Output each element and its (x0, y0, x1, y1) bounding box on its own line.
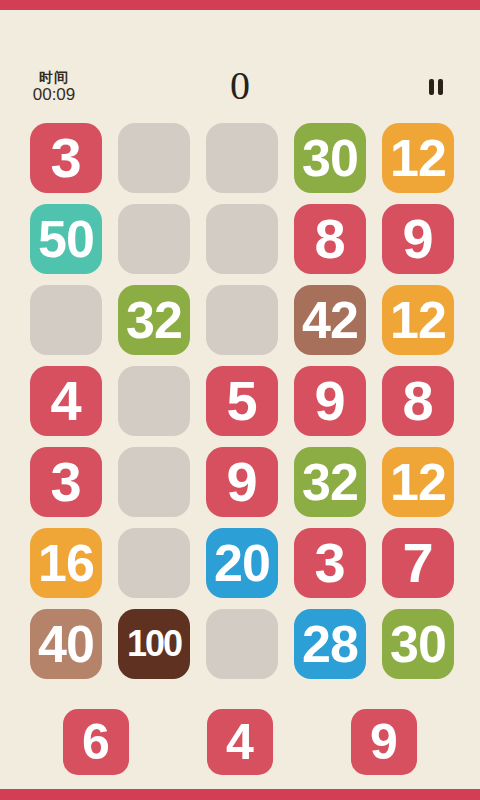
board-tile-r3c2[interactable]: 32 (118, 285, 190, 355)
board-cell-empty-r4c2[interactable] (118, 366, 190, 436)
board-cell-empty-r3c3[interactable] (206, 285, 278, 355)
board-cell-empty-r2c3[interactable] (206, 204, 278, 274)
board-tile-r2c4[interactable]: 8 (294, 204, 366, 274)
bottom-accent-bar (0, 789, 480, 800)
board-tile-r3c4[interactable]: 42 (294, 285, 366, 355)
score-value: 0 (0, 66, 480, 106)
board-tile-r4c1[interactable]: 4 (30, 366, 102, 436)
board-cell-empty-r3c1[interactable] (30, 285, 102, 355)
board-cell-empty-r1c3[interactable] (206, 123, 278, 193)
board-tile-r4c4[interactable]: 9 (294, 366, 366, 436)
board-tile-r6c3[interactable]: 20 (206, 528, 278, 598)
board-tile-r6c4[interactable]: 3 (294, 528, 366, 598)
board-tile-r2c1[interactable]: 50 (30, 204, 102, 274)
board-tile-r2c5[interactable]: 9 (382, 204, 454, 274)
board-grid: 3301250893242124598393212162037401002830 (30, 123, 454, 679)
board-tile-r3c5[interactable]: 12 (382, 285, 454, 355)
board-tile-r7c1[interactable]: 40 (30, 609, 102, 679)
pause-icon (429, 79, 443, 95)
board-tile-r1c5[interactable]: 12 (382, 123, 454, 193)
board-tile-r6c1[interactable]: 16 (30, 528, 102, 598)
queue-tile-1[interactable]: 6 (63, 709, 129, 775)
board-tile-r5c1[interactable]: 3 (30, 447, 102, 517)
board-cell-empty-r6c2[interactable] (118, 528, 190, 598)
queue-tile-3[interactable]: 9 (351, 709, 417, 775)
board-tile-r6c5[interactable]: 7 (382, 528, 454, 598)
board-tile-r7c5[interactable]: 30 (382, 609, 454, 679)
board-cell-empty-r2c2[interactable] (118, 204, 190, 274)
board-cell-empty-r1c2[interactable] (118, 123, 190, 193)
pause-button[interactable] (420, 72, 452, 102)
board-tile-r5c5[interactable]: 12 (382, 447, 454, 517)
board-tile-r7c2[interactable]: 100 (118, 609, 190, 679)
board-tile-r1c4[interactable]: 30 (294, 123, 366, 193)
top-accent-bar (0, 0, 480, 10)
board-tile-r4c3[interactable]: 5 (206, 366, 278, 436)
board-tile-r5c3[interactable]: 9 (206, 447, 278, 517)
board-tile-r7c4[interactable]: 28 (294, 609, 366, 679)
queue-tile-2[interactable]: 4 (207, 709, 273, 775)
board-cell-empty-r7c3[interactable] (206, 609, 278, 679)
pause-bar-right (438, 79, 443, 95)
queue-row: 649 (63, 709, 417, 775)
board-tile-r5c4[interactable]: 32 (294, 447, 366, 517)
pause-bar-left (429, 79, 434, 95)
board-cell-empty-r5c2[interactable] (118, 447, 190, 517)
board-tile-r4c5[interactable]: 8 (382, 366, 454, 436)
game-screen: { "game": "number-merge-puzzle", "positi… (0, 0, 480, 800)
board-tile-r1c1[interactable]: 3 (30, 123, 102, 193)
